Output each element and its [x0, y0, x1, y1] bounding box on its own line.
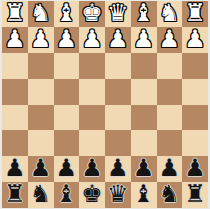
white-bishop: ♝ [133, 1, 155, 25]
square-a5[interactable] [182, 105, 208, 131]
white-pawn: ♟ [81, 27, 103, 51]
square-e5[interactable] [79, 105, 105, 131]
square-g8[interactable]: ♞ [28, 182, 54, 208]
square-h5[interactable] [2, 105, 28, 131]
square-a8[interactable]: ♜ [182, 182, 208, 208]
square-f6[interactable] [54, 130, 80, 156]
square-b1[interactable]: ♞ [157, 1, 183, 27]
square-a2[interactable]: ♟ [182, 27, 208, 53]
square-h7[interactable]: ♟ [2, 156, 28, 182]
square-d5[interactable] [105, 105, 131, 131]
square-c7[interactable]: ♟ [131, 156, 157, 182]
square-d3[interactable] [105, 53, 131, 79]
square-e4[interactable] [79, 79, 105, 105]
square-c8[interactable]: ♝ [131, 182, 157, 208]
white-pawn: ♟ [107, 27, 129, 51]
square-g3[interactable] [28, 53, 54, 79]
square-g5[interactable] [28, 105, 54, 131]
black-knight: ♞ [159, 182, 181, 206]
square-b6[interactable] [157, 130, 183, 156]
square-e6[interactable] [79, 130, 105, 156]
white-rook: ♜ [4, 1, 26, 25]
black-pawn: ♟ [30, 156, 52, 180]
black-bishop: ♝ [133, 182, 155, 206]
square-e7[interactable]: ♟ [79, 156, 105, 182]
square-b7[interactable]: ♟ [157, 156, 183, 182]
square-g6[interactable] [28, 130, 54, 156]
white-pawn: ♟ [56, 27, 78, 51]
square-h1[interactable]: ♜ [2, 1, 28, 27]
square-b5[interactable] [157, 105, 183, 131]
square-f8[interactable]: ♝ [54, 182, 80, 208]
square-d2[interactable]: ♟ [105, 27, 131, 53]
square-f1[interactable]: ♝ [54, 1, 80, 27]
chess-board: ♜♞♝♚♛♝♞♜♟♟♟♟♟♟♟♟♟♟♟♟♟♟♟♟♜♞♝♚♛♝♞♜ [0, 0, 210, 209]
white-rook: ♜ [184, 1, 206, 25]
square-a4[interactable] [182, 79, 208, 105]
white-pawn: ♟ [4, 27, 26, 51]
square-b8[interactable]: ♞ [157, 182, 183, 208]
square-e1[interactable]: ♚ [79, 1, 105, 27]
black-pawn: ♟ [184, 156, 206, 180]
black-knight: ♞ [30, 182, 52, 206]
black-pawn: ♟ [107, 156, 129, 180]
square-d1[interactable]: ♛ [105, 1, 131, 27]
black-bishop: ♝ [56, 182, 78, 206]
black-pawn: ♟ [159, 156, 181, 180]
black-rook: ♜ [184, 182, 206, 206]
square-g1[interactable]: ♞ [28, 1, 54, 27]
square-h4[interactable] [2, 79, 28, 105]
square-e2[interactable]: ♟ [79, 27, 105, 53]
square-a3[interactable] [182, 53, 208, 79]
square-c5[interactable] [131, 105, 157, 131]
square-e3[interactable] [79, 53, 105, 79]
black-pawn: ♟ [56, 156, 78, 180]
white-pawn: ♟ [184, 27, 206, 51]
square-c3[interactable] [131, 53, 157, 79]
square-b2[interactable]: ♟ [157, 27, 183, 53]
square-c2[interactable]: ♟ [131, 27, 157, 53]
black-pawn: ♟ [4, 156, 26, 180]
board-grid: ♜♞♝♚♛♝♞♜♟♟♟♟♟♟♟♟♟♟♟♟♟♟♟♟♜♞♝♚♛♝♞♜ [2, 1, 208, 208]
black-pawn: ♟ [81, 156, 103, 180]
black-queen: ♛ [107, 182, 129, 206]
square-c1[interactable]: ♝ [131, 1, 157, 27]
square-a1[interactable]: ♜ [182, 1, 208, 27]
square-h2[interactable]: ♟ [2, 27, 28, 53]
square-h6[interactable] [2, 130, 28, 156]
white-bishop: ♝ [56, 1, 78, 25]
square-c4[interactable] [131, 79, 157, 105]
square-b3[interactable] [157, 53, 183, 79]
square-b4[interactable] [157, 79, 183, 105]
white-knight: ♞ [30, 1, 52, 25]
square-d7[interactable]: ♟ [105, 156, 131, 182]
white-knight: ♞ [159, 1, 181, 25]
square-f3[interactable] [54, 53, 80, 79]
white-queen: ♛ [107, 1, 129, 25]
black-king: ♚ [81, 182, 103, 206]
square-a6[interactable] [182, 130, 208, 156]
square-d8[interactable]: ♛ [105, 182, 131, 208]
white-pawn: ♟ [30, 27, 52, 51]
square-g7[interactable]: ♟ [28, 156, 54, 182]
square-g4[interactable] [28, 79, 54, 105]
square-e8[interactable]: ♚ [79, 182, 105, 208]
square-f7[interactable]: ♟ [54, 156, 80, 182]
white-pawn: ♟ [159, 27, 181, 51]
square-f5[interactable] [54, 105, 80, 131]
square-f4[interactable] [54, 79, 80, 105]
square-f2[interactable]: ♟ [54, 27, 80, 53]
white-pawn: ♟ [133, 27, 155, 51]
square-g2[interactable]: ♟ [28, 27, 54, 53]
square-a7[interactable]: ♟ [182, 156, 208, 182]
white-king: ♚ [81, 1, 103, 25]
square-d6[interactable] [105, 130, 131, 156]
square-h3[interactable] [2, 53, 28, 79]
black-pawn: ♟ [133, 156, 155, 180]
square-h8[interactable]: ♜ [2, 182, 28, 208]
square-d4[interactable] [105, 79, 131, 105]
black-rook: ♜ [4, 182, 26, 206]
square-c6[interactable] [131, 130, 157, 156]
